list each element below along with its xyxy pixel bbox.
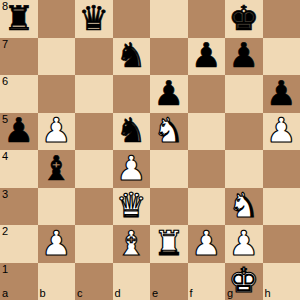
square-g3[interactable]: ♞ <box>225 188 263 226</box>
piece-black-knight[interactable]: ♞ <box>116 38 146 72</box>
piece-white-queen[interactable]: ♛ <box>116 188 146 222</box>
piece-white-pawn[interactable]: ♟ <box>41 113 71 147</box>
square-c2[interactable] <box>75 225 113 263</box>
square-a5[interactable]: ♟5 <box>0 113 38 151</box>
square-h3[interactable] <box>263 188 301 226</box>
square-b1[interactable]: b <box>38 263 76 300</box>
piece-black-bishop[interactable]: ♝ <box>41 151 71 185</box>
square-h2[interactable] <box>263 225 301 263</box>
square-e2[interactable]: ♜ <box>150 225 188 263</box>
square-e8[interactable] <box>150 0 188 38</box>
square-f3[interactable] <box>188 188 226 226</box>
square-g6[interactable] <box>225 75 263 113</box>
square-b6[interactable] <box>38 75 76 113</box>
piece-black-pawn[interactable]: ♟ <box>266 76 296 110</box>
square-g5[interactable] <box>225 113 263 151</box>
square-f4[interactable] <box>188 150 226 188</box>
square-b2[interactable]: ♟ <box>38 225 76 263</box>
rank-label-1: 1 <box>2 264 8 275</box>
piece-white-rook[interactable]: ♜ <box>154 226 184 260</box>
square-f8[interactable] <box>188 0 226 38</box>
file-label-a: a <box>2 288 8 299</box>
piece-black-pawn[interactable]: ♟ <box>191 38 221 72</box>
file-label-b: b <box>40 288 46 299</box>
piece-black-rook[interactable]: ♜ <box>4 1 34 35</box>
square-g1[interactable]: ♚g <box>225 263 263 300</box>
piece-black-pawn[interactable]: ♟ <box>4 113 34 147</box>
piece-black-pawn[interactable]: ♟ <box>154 76 184 110</box>
square-d2[interactable]: ♝ <box>113 225 151 263</box>
square-d4[interactable]: ♟ <box>113 150 151 188</box>
square-d8[interactable] <box>113 0 151 38</box>
piece-black-pawn[interactable]: ♟ <box>229 38 259 72</box>
square-e1[interactable]: e <box>150 263 188 300</box>
file-label-f: f <box>190 288 193 299</box>
piece-white-pawn[interactable]: ♟ <box>191 226 221 260</box>
square-g8[interactable]: ♚ <box>225 0 263 38</box>
square-a7[interactable]: 7 <box>0 38 38 76</box>
square-a1[interactable]: 1a <box>0 263 38 300</box>
square-f1[interactable]: f <box>188 263 226 300</box>
square-h6[interactable]: ♟ <box>263 75 301 113</box>
square-b7[interactable] <box>38 38 76 76</box>
file-label-d: d <box>115 288 121 299</box>
square-b4[interactable]: ♝ <box>38 150 76 188</box>
piece-black-knight[interactable]: ♞ <box>116 113 146 147</box>
square-c7[interactable] <box>75 38 113 76</box>
square-d1[interactable]: d <box>113 263 151 300</box>
square-a2[interactable]: 2 <box>0 225 38 263</box>
square-c4[interactable] <box>75 150 113 188</box>
piece-white-pawn[interactable]: ♟ <box>41 226 71 260</box>
square-b5[interactable]: ♟ <box>38 113 76 151</box>
square-b8[interactable] <box>38 0 76 38</box>
square-d3[interactable]: ♛ <box>113 188 151 226</box>
piece-white-knight[interactable]: ♞ <box>229 188 259 222</box>
piece-white-knight[interactable]: ♞ <box>154 113 184 147</box>
square-a8[interactable]: ♜8 <box>0 0 38 38</box>
square-c8[interactable]: ♛ <box>75 0 113 38</box>
square-d7[interactable]: ♞ <box>113 38 151 76</box>
piece-black-king[interactable]: ♚ <box>229 1 259 35</box>
rank-label-6: 6 <box>2 76 8 87</box>
square-d5[interactable]: ♞ <box>113 113 151 151</box>
chess-board: ♜8♛♚7♞♟♟6♟♟♟5♟♞♞♟4♝♟3♛♞2♟♝♜♟♟1abcdef♚gh <box>0 0 300 300</box>
square-g2[interactable]: ♟ <box>225 225 263 263</box>
square-c3[interactable] <box>75 188 113 226</box>
square-a3[interactable]: 3 <box>0 188 38 226</box>
square-e4[interactable] <box>150 150 188 188</box>
square-a6[interactable]: 6 <box>0 75 38 113</box>
square-d6[interactable] <box>113 75 151 113</box>
square-f6[interactable] <box>188 75 226 113</box>
square-f5[interactable] <box>188 113 226 151</box>
piece-white-bishop[interactable]: ♝ <box>116 226 146 260</box>
piece-black-queen[interactable]: ♛ <box>79 1 109 35</box>
rank-label-7: 7 <box>2 39 8 50</box>
square-h7[interactable] <box>263 38 301 76</box>
square-h4[interactable] <box>263 150 301 188</box>
file-label-c: c <box>77 288 83 299</box>
square-e5[interactable]: ♞ <box>150 113 188 151</box>
square-g7[interactable]: ♟ <box>225 38 263 76</box>
file-label-h: h <box>265 288 271 299</box>
piece-white-pawn[interactable]: ♟ <box>266 113 296 147</box>
square-e7[interactable] <box>150 38 188 76</box>
square-e6[interactable]: ♟ <box>150 75 188 113</box>
square-c6[interactable] <box>75 75 113 113</box>
rank-label-3: 3 <box>2 189 8 200</box>
piece-white-king[interactable]: ♚ <box>229 263 259 297</box>
file-label-e: e <box>152 288 158 299</box>
rank-label-2: 2 <box>2 226 8 237</box>
piece-white-pawn[interactable]: ♟ <box>116 151 146 185</box>
square-f2[interactable]: ♟ <box>188 225 226 263</box>
square-a4[interactable]: 4 <box>0 150 38 188</box>
square-g4[interactable] <box>225 150 263 188</box>
square-c5[interactable] <box>75 113 113 151</box>
square-f7[interactable]: ♟ <box>188 38 226 76</box>
square-b3[interactable] <box>38 188 76 226</box>
square-h8[interactable] <box>263 0 301 38</box>
square-h5[interactable]: ♟ <box>263 113 301 151</box>
rank-label-4: 4 <box>2 151 8 162</box>
piece-white-pawn[interactable]: ♟ <box>229 226 259 260</box>
square-h1[interactable]: h <box>263 263 301 300</box>
square-e3[interactable] <box>150 188 188 226</box>
square-c1[interactable]: c <box>75 263 113 300</box>
